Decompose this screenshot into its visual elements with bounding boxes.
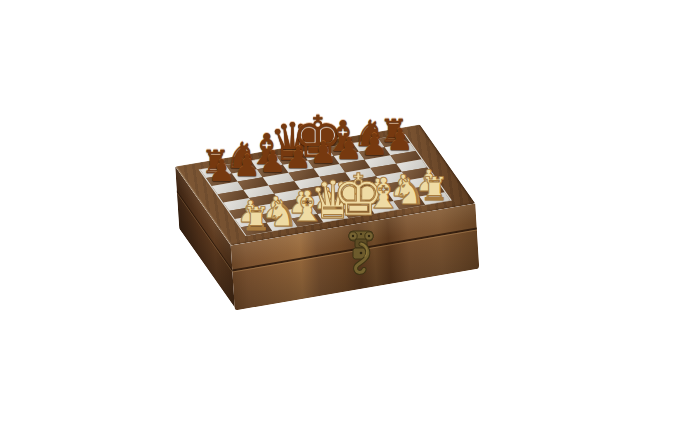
scene: ♜♞♝♛♚♝♞♜♟♟♟♟♟♟♟♟♟♟♟♟♟♟♟♟♜♞♝♛♚♝♞♜	[0, 0, 680, 425]
piece-black-pawn-a7: ♟	[208, 156, 235, 186]
piece-black-pawn-g7: ♟	[361, 130, 388, 160]
piece-black-pawn-d7: ♟	[285, 143, 312, 173]
piece-white-rook-h1: ♜	[420, 173, 449, 205]
brass-clasp-icon	[342, 229, 380, 277]
piece-black-pawn-c7: ♟	[259, 147, 286, 177]
piece-black-pawn-b7: ♟	[234, 151, 261, 181]
piece-black-pawn-h7: ♟	[387, 125, 414, 155]
